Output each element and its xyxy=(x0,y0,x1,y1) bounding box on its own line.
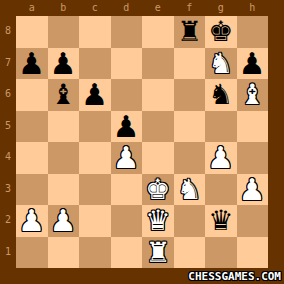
square-h6[interactable]: ♝ xyxy=(237,79,269,111)
square-f3[interactable]: ♞ xyxy=(174,174,206,206)
square-h4[interactable] xyxy=(237,142,269,174)
square-c5[interactable] xyxy=(79,111,111,143)
rank-label-5: 5 xyxy=(0,111,16,143)
site-watermark: CHESSGAMES.COM xyxy=(188,270,281,283)
white-king-e3[interactable]: ♚ xyxy=(145,174,170,206)
square-b8[interactable] xyxy=(48,16,80,48)
square-d2[interactable] xyxy=(111,205,143,237)
square-f1[interactable] xyxy=(174,237,206,269)
white-rook-e1[interactable]: ♜ xyxy=(145,237,170,269)
square-h7[interactable]: ♟ xyxy=(237,48,269,80)
square-d8[interactable] xyxy=(111,16,143,48)
file-label-h: h xyxy=(237,0,269,16)
white-pawn-d4[interactable]: ♟ xyxy=(113,142,140,174)
square-a3[interactable] xyxy=(16,174,48,206)
white-bishop-h6[interactable]: ♝ xyxy=(240,79,265,111)
square-b4[interactable] xyxy=(48,142,80,174)
square-f4[interactable] xyxy=(174,142,206,174)
white-pawn-a2[interactable]: ♟ xyxy=(18,205,45,237)
black-knight-g6[interactable]: ♞ xyxy=(208,79,233,111)
square-e4[interactable] xyxy=(142,142,174,174)
square-f2[interactable] xyxy=(174,205,206,237)
square-a6[interactable] xyxy=(16,79,48,111)
square-c1[interactable] xyxy=(79,237,111,269)
white-pawn-h3[interactable]: ♟ xyxy=(239,174,266,206)
square-a2[interactable]: ♟ xyxy=(16,205,48,237)
white-knight-g7[interactable]: ♞ xyxy=(208,48,233,80)
file-label-a: a xyxy=(16,0,48,16)
black-rook-f8[interactable]: ♜ xyxy=(177,16,202,48)
file-label-e: e xyxy=(142,0,174,16)
square-g5[interactable] xyxy=(205,111,237,143)
square-g6[interactable]: ♞ xyxy=(205,79,237,111)
rank-label-2: 2 xyxy=(0,205,16,237)
black-bishop-b6[interactable]: ♝ xyxy=(51,79,76,111)
white-queen-e2[interactable]: ♛ xyxy=(145,205,170,237)
square-g4[interactable]: ♟ xyxy=(205,142,237,174)
square-b7[interactable]: ♟ xyxy=(48,48,80,80)
square-b3[interactable] xyxy=(48,174,80,206)
square-c4[interactable] xyxy=(79,142,111,174)
square-g3[interactable] xyxy=(205,174,237,206)
square-b2[interactable]: ♟ xyxy=(48,205,80,237)
square-d4[interactable]: ♟ xyxy=(111,142,143,174)
square-e3[interactable]: ♚ xyxy=(142,174,174,206)
square-a5[interactable] xyxy=(16,111,48,143)
file-label-f: f xyxy=(174,0,206,16)
square-h2[interactable] xyxy=(237,205,269,237)
black-pawn-d5[interactable]: ♟ xyxy=(113,111,140,143)
square-e5[interactable] xyxy=(142,111,174,143)
square-f6[interactable] xyxy=(174,79,206,111)
square-e1[interactable]: ♜ xyxy=(142,237,174,269)
square-e2[interactable]: ♛ xyxy=(142,205,174,237)
square-a7[interactable]: ♟ xyxy=(16,48,48,80)
square-h1[interactable] xyxy=(237,237,269,269)
square-e7[interactable] xyxy=(142,48,174,80)
square-d3[interactable] xyxy=(111,174,143,206)
rank-label-3: 3 xyxy=(0,174,16,206)
square-a8[interactable] xyxy=(16,16,48,48)
square-c3[interactable] xyxy=(79,174,111,206)
square-h8[interactable] xyxy=(237,16,269,48)
square-b5[interactable] xyxy=(48,111,80,143)
square-d6[interactable] xyxy=(111,79,143,111)
black-pawn-c6[interactable]: ♟ xyxy=(81,79,108,111)
black-pawn-a7[interactable]: ♟ xyxy=(18,48,45,80)
rank-label-7: 7 xyxy=(0,48,16,80)
square-f5[interactable] xyxy=(174,111,206,143)
square-g2[interactable]: ♛ xyxy=(205,205,237,237)
square-c8[interactable] xyxy=(79,16,111,48)
square-e6[interactable] xyxy=(142,79,174,111)
square-d1[interactable] xyxy=(111,237,143,269)
rank-label-4: 4 xyxy=(0,142,16,174)
square-e8[interactable] xyxy=(142,16,174,48)
white-pawn-b2[interactable]: ♟ xyxy=(50,205,77,237)
square-g8[interactable]: ♚ xyxy=(205,16,237,48)
square-a4[interactable] xyxy=(16,142,48,174)
black-queen-g2[interactable]: ♛ xyxy=(208,205,233,237)
rank-label-6: 6 xyxy=(0,79,16,111)
square-f8[interactable]: ♜ xyxy=(174,16,206,48)
square-g7[interactable]: ♞ xyxy=(205,48,237,80)
chess-board: ♜♚♟♟♞♟♝♟♞♝♟♟♟♚♞♟♟♟♛♛♜ xyxy=(16,16,268,268)
white-pawn-g4[interactable]: ♟ xyxy=(207,142,234,174)
square-b1[interactable] xyxy=(48,237,80,269)
black-pawn-h7[interactable]: ♟ xyxy=(239,48,266,80)
square-a1[interactable] xyxy=(16,237,48,269)
square-h3[interactable]: ♟ xyxy=(237,174,269,206)
square-d7[interactable] xyxy=(111,48,143,80)
rank-label-8: 8 xyxy=(0,16,16,48)
square-c7[interactable] xyxy=(79,48,111,80)
rank-label-1: 1 xyxy=(0,237,16,269)
chess-diagram: abcdefgh 87654321 ♜♚♟♟♞♟♝♟♞♝♟♟♟♚♞♟♟♟♛♛♜ … xyxy=(0,0,284,284)
file-label-c: c xyxy=(79,0,111,16)
file-label-d: d xyxy=(111,0,143,16)
square-c6[interactable]: ♟ xyxy=(79,79,111,111)
file-labels: abcdefgh xyxy=(16,0,268,16)
black-pawn-b7[interactable]: ♟ xyxy=(50,48,77,80)
square-d5[interactable]: ♟ xyxy=(111,111,143,143)
file-label-b: b xyxy=(48,0,80,16)
square-h5[interactable] xyxy=(237,111,269,143)
square-f7[interactable] xyxy=(174,48,206,80)
rank-labels: 87654321 xyxy=(0,16,16,268)
white-knight-f3[interactable]: ♞ xyxy=(177,174,202,206)
square-b6[interactable]: ♝ xyxy=(48,79,80,111)
square-g1[interactable] xyxy=(205,237,237,269)
black-king-g8[interactable]: ♚ xyxy=(208,16,233,48)
file-label-g: g xyxy=(205,0,237,16)
square-c2[interactable] xyxy=(79,205,111,237)
